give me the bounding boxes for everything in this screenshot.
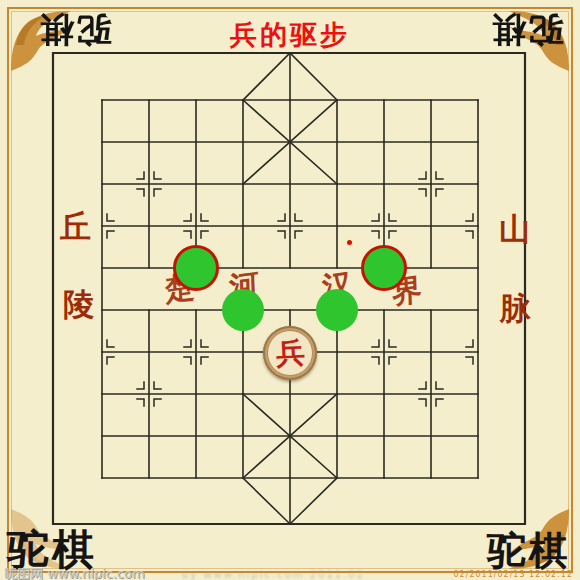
piece-label: 兵: [275, 338, 305, 368]
corner-calligraphy-bottom-right: 驼棋: [487, 531, 571, 570]
soldier-piece[interactable]: 兵: [263, 326, 317, 380]
right-label-shan: 山: [499, 214, 530, 245]
watermark-site: 昵图网 www.nipic.com: [4, 565, 145, 580]
left-label-ling: 陵: [63, 289, 94, 320]
watermark-timestamp: 02/2011/02/13 12:02:12: [454, 570, 573, 579]
piece-face: 兵: [267, 330, 313, 376]
right-label-mai: 脉: [500, 293, 531, 324]
left-label-qiu: 丘: [60, 211, 91, 242]
watermark-byline: by www.nipic.com 2011.02: [182, 569, 365, 580]
xiangqi-diagram: 兵的驱步 楚 河 汉 界 丘 陵 山 脉 驼棋 驼棋 驼棋 驼棋 昵图网 www…: [0, 0, 580, 580]
move-dot[interactable]: [173, 245, 219, 291]
red-dot-marker: [347, 240, 352, 245]
move-dot[interactable]: [361, 245, 407, 291]
diagram-title: 兵的驱步: [230, 17, 350, 53]
corner-calligraphy-top-right: 驼棋: [489, 13, 563, 47]
move-dot[interactable]: [222, 289, 264, 331]
corner-calligraphy-top-left: 驼棋: [37, 13, 111, 47]
move-dot[interactable]: [316, 289, 358, 331]
